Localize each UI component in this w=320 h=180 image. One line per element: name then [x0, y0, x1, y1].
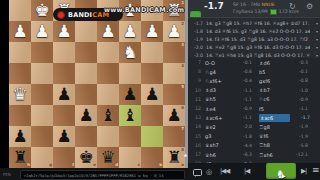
line-eval: -1.8 [188, 29, 203, 34]
move-number: 7 [188, 60, 201, 65]
square-b2[interactable]: ♟ [141, 21, 163, 42]
white-move[interactable]: ♗e4 [205, 106, 232, 112]
black-bishop: ♝ [119, 105, 141, 126]
move-number: 16 [188, 143, 201, 148]
line-eval: -2.0 [188, 45, 203, 50]
rank-label-1: 1 [181, 1, 184, 5]
white-move[interactable]: ♘xf6+ [205, 78, 232, 84]
fen-label: FEN [3, 172, 11, 177]
black-pawn: ♟ [141, 84, 163, 105]
line-moves: 14. ♕e2 ♖g8 15. g3 ♕f6 16. d3 O-O-O 17. … [206, 45, 310, 50]
depth-label: Глубина 13/99 [233, 9, 268, 14]
black-move[interactable]: b5 [259, 69, 288, 75]
white-pawn: ♟ [9, 21, 31, 42]
white-eval: -2.0 [232, 124, 252, 129]
square-f2[interactable]: ♟ [53, 21, 75, 42]
black-pawn: ♟ [75, 105, 97, 126]
square-g2[interactable]: ♟ [31, 21, 53, 42]
square-h1[interactable] [9, 0, 31, 21]
white-eval: -0.9 [232, 106, 252, 111]
file-label-a: a [181, 163, 184, 167]
engine-eval-value: -1.7 [204, 1, 224, 11]
square-e2[interactable] [75, 21, 97, 42]
white-pawn: ♟ [119, 21, 141, 42]
square-a5[interactable]: 5 [163, 84, 185, 105]
chess-board[interactable]: ♚♜♝♜1♟♟♟♟♟♟♟2♞34♛♟♟♟5♟♝♝♟6♟♟7♜hgf♚e♛dcb♜… [9, 0, 185, 168]
square-h6[interactable] [9, 105, 31, 126]
refresh-icon[interactable]: ↻ [289, 2, 296, 12]
fen-bar: FEN r2qk2r/5p1p/p1bbp3/1pp2p1Q/8/2N5/PPP… [0, 168, 188, 180]
black-bishop: ♝ [97, 105, 119, 126]
square-g7[interactable] [31, 126, 53, 147]
square-h5[interactable]: ♛ [9, 84, 31, 105]
square-h8[interactable]: ♜h [9, 147, 31, 168]
square-b5[interactable]: ♟ [141, 84, 163, 105]
white-eval: -1.8 [232, 134, 252, 139]
menu-icon[interactable]: ≡ [312, 165, 320, 175]
fen-input[interactable]: r2qk2r/5p1p/p1bbp3/1pp2p1Q/8/2N5/PPPP1PP… [20, 170, 185, 180]
white-eval: -1.1 [232, 88, 252, 93]
square-c3[interactable]: ♞ [119, 42, 141, 63]
square-a2[interactable]: ♟2 [163, 21, 185, 42]
battery-icon [270, 9, 277, 15]
engine-name-label: SF 16 · 7Mb NNUE [233, 2, 275, 7]
square-d5[interactable] [97, 84, 119, 105]
white-move[interactable]: ♘g4 [205, 69, 232, 75]
square-f7[interactable]: ♟ [53, 126, 75, 147]
line-moves: 14. g3 ♖g8 15. ♕h7 ♕f6 16. ♕xg8+ ♔d7 17.… [206, 21, 310, 26]
file-label-h: h [27, 163, 30, 167]
move-number: 15 [188, 134, 201, 139]
move-row-8: 8♘g4-0.6b5-0.1 [188, 67, 320, 76]
engine-line-4[interactable]: -2.014. ♕e2 ♖g8 15. g3 ♕f6 16. d3 O-O-O … [188, 44, 320, 52]
move-list: 7O-O-0.1♗d6-0.38♘g4-0.6b5-0.19♘xf6+-0.4g… [188, 58, 320, 164]
line-moves: 14. f3 ♕f6 15. d3 ♖g8 16. a3 O-O-O 17. ♖… [206, 37, 310, 42]
move-number: 14 [188, 124, 201, 129]
square-e8[interactable]: ♚e [75, 147, 97, 168]
move-number: 9 [188, 78, 201, 83]
file-label-g: g [49, 163, 52, 167]
white-pawn: ♟ [31, 21, 53, 42]
square-d7[interactable] [97, 126, 119, 147]
file-label-e: e [93, 163, 96, 167]
analysis-panel: -1.7 SF 16 · 7Mb NNUE Глубина 13/99 172 … [188, 0, 320, 180]
black-eval: -1.7 [290, 115, 310, 120]
play-engine-move-button[interactable]: ♞ ▲ [266, 163, 296, 179]
move-row-11: 11♕h5-1.1♘c6-0.9 [188, 95, 320, 104]
square-h2[interactable]: ♟ [9, 21, 31, 42]
square-c2[interactable]: ♟ [119, 21, 141, 42]
white-queen: ♛ [9, 84, 31, 105]
rank-label-5: 5 [181, 85, 184, 89]
black-eval: -1.9 [288, 134, 308, 139]
square-e4[interactable] [75, 63, 97, 84]
engine-line-3[interactable]: -1.914. f3 ♕f6 15. d3 ♖g8 16. a3 O-O-O 1… [188, 35, 320, 43]
square-b6[interactable] [141, 105, 163, 126]
engine-name: SF 16 · 7Mb [233, 2, 262, 7]
line-moves: 14. d3 ♕f6 15. g3 ♖g8 16. ♕e2 O-O-O 17. … [206, 29, 310, 34]
black-move[interactable]: ♗d6 [259, 60, 288, 66]
move-row-14: 14♕e2-2.0♖g8-1.9 [188, 122, 320, 131]
square-d6[interactable]: ♝ [97, 105, 119, 126]
line-eval: -1.9 [188, 37, 203, 42]
white-move[interactable]: O-O [205, 60, 232, 66]
square-d8[interactable]: ♛d [97, 147, 119, 168]
white-pawn: ♟ [97, 21, 119, 42]
square-g5[interactable] [31, 84, 53, 105]
gear-icon[interactable]: ⚙ [306, 2, 313, 12]
white-move[interactable]: ♕h6 [205, 152, 232, 158]
engine-line-2[interactable]: -1.814. d3 ♕f6 15. g3 ♖g8 16. ♕e2 O-O-O … [188, 27, 320, 35]
engine-net-label: NNUE [262, 2, 275, 7]
square-e5[interactable] [75, 84, 97, 105]
engine-line-1[interactable]: -1.714. g3 ♖g8 15. ♕h7 ♕f6 16. ♕xg8+ ♔d7… [188, 19, 320, 27]
black-pawn: ♟ [119, 84, 141, 105]
square-g3[interactable] [31, 42, 53, 63]
square-e3[interactable] [75, 42, 97, 63]
black-move[interactable]: ♗b7 [259, 87, 288, 93]
comment-icon[interactable] [193, 169, 202, 176]
move-number: 12 [188, 106, 201, 111]
black-move[interactable]: ♘c6 [259, 96, 288, 102]
step-forward-button[interactable]: ▶| [301, 167, 306, 175]
square-b8[interactable]: b [141, 147, 163, 168]
white-move[interactable]: ♗d3 [205, 87, 232, 93]
square-h7[interactable]: ♟ [9, 126, 31, 147]
square-g8[interactable]: g [31, 147, 53, 168]
white-eval: -4.4 [232, 143, 252, 148]
square-g1[interactable]: ♚ [31, 0, 53, 21]
square-a8[interactable]: ♜8a [163, 147, 185, 168]
expand-line-icon[interactable]: ▾ [310, 29, 318, 34]
square-b3[interactable] [141, 42, 163, 63]
expand-line-icon[interactable]: ▾ [310, 21, 318, 26]
engine-header: -1.7 SF 16 · 7Mb NNUE Глубина 13/99 172 … [188, 0, 320, 17]
white-eval: -0.6 [232, 69, 252, 74]
expand-line-icon[interactable]: ▾ [310, 45, 318, 50]
black-eval: -0.8 [288, 78, 308, 83]
chess-analysis-app: ♚♜♝♜1♟♟♟♟♟♟♟2♞34♛♟♟♟5♟♝♝♟6♟♟7♜hgf♚e♛dcb♜… [0, 0, 320, 180]
move-number: 11 [188, 97, 201, 102]
square-e7[interactable] [75, 126, 97, 147]
engine-lines: -1.714. g3 ♖g8 15. ♕h7 ♕f6 16. ♕xg8+ ♔d7… [188, 17, 320, 59]
white-move[interactable]: ♕h5 [205, 96, 232, 102]
move-number: 10 [188, 88, 201, 93]
square-a3[interactable]: 3 [163, 42, 185, 63]
file-label-f: f [72, 163, 74, 167]
square-c6[interactable]: ♝ [119, 105, 141, 126]
rank-label-4: 4 [181, 64, 184, 68]
white-move[interactable]: ♕xh7 [205, 142, 232, 148]
square-d4[interactable] [97, 63, 119, 84]
file-label-c: c [138, 163, 140, 167]
line-eval: -1.7 [188, 21, 203, 26]
move-number: 8 [188, 69, 201, 74]
square-d3[interactable] [97, 42, 119, 63]
square-c8[interactable]: c [119, 147, 141, 168]
black-pawn: ♟ [53, 126, 75, 147]
square-g6[interactable] [31, 105, 53, 126]
square-f6[interactable] [53, 105, 75, 126]
square-b4[interactable] [141, 63, 163, 84]
move-row-9: 9♘xf6+-0.4gxf6-0.8 [188, 76, 320, 85]
watermark-brand-text: BANDI [68, 11, 92, 19]
square-f4[interactable] [53, 63, 75, 84]
black-move[interactable]: f5 [259, 106, 288, 112]
file-label-d: d [115, 163, 118, 167]
move-row-13: 13♗xc6+-1.1♗xc6-1.7 [188, 113, 320, 122]
black-move[interactable]: ♗xc6 [259, 114, 290, 122]
white-eval: -0.4 [232, 78, 252, 83]
move-row-17: 17♕h6-6.3♖xh6-12.1 [188, 150, 320, 159]
square-c4[interactable] [119, 63, 141, 84]
black-eval: -12.1 [288, 152, 308, 157]
white-pawn: ♟ [141, 21, 163, 42]
black-move[interactable]: ♖xh6 [259, 152, 288, 158]
white-knight: ♞ [119, 42, 141, 63]
square-d2[interactable]: ♟ [97, 21, 119, 42]
white-move[interactable]: ♗xc6+ [205, 115, 232, 121]
white-pawn: ♟ [53, 21, 75, 42]
black-move[interactable]: ♖g8 [259, 124, 288, 130]
white-king: ♚ [31, 0, 53, 21]
square-h4[interactable] [9, 63, 31, 84]
white-eval: -6.3 [232, 152, 252, 157]
square-f8[interactable]: f [53, 147, 75, 168]
move-number: 13 [188, 115, 201, 120]
black-eval: -1.0 [288, 88, 308, 93]
white-move[interactable]: g3 [205, 133, 232, 139]
black-eval: -1.1 [288, 106, 308, 111]
square-c5[interactable]: ♟ [119, 84, 141, 105]
move-number: 17 [188, 152, 201, 157]
white-eval: -1.1 [232, 115, 252, 120]
square-f5[interactable]: ♟ [53, 84, 75, 105]
square-a6[interactable]: ♟6 [163, 105, 185, 126]
black-eval: -0.9 [288, 97, 308, 102]
step-back-button[interactable]: |◀ [244, 167, 249, 175]
black-move[interactable]: gxf6 [259, 78, 288, 84]
move-row-12: 12♗e4-0.9f5-1.1 [188, 104, 320, 113]
expand-line-icon[interactable]: ▾ [310, 37, 318, 42]
square-a4[interactable]: 4 [163, 63, 185, 84]
square-c7[interactable] [119, 126, 141, 147]
fen-string: r2qk2r/5p1p/p1bbp3/1pp2p1Q/8/2N5/PPPP1PP… [24, 173, 163, 178]
black-pawn: ♟ [9, 126, 31, 147]
black-eval: -1.9 [288, 124, 308, 129]
rank-label-6: 6 [181, 106, 184, 110]
move-row-16: 16♕xh7-4.4♖h8-5.8 [188, 141, 320, 150]
move-row-7: 7O-O-0.1♗d6-0.3 [188, 58, 320, 67]
square-b7[interactable] [141, 126, 163, 147]
square-a7[interactable]: 7 [163, 126, 185, 147]
bandicam-url-watermark: www.BANDICAM.com [104, 6, 184, 14]
rank-label-2: 2 [181, 22, 184, 26]
black-move[interactable]: ♕f6 [259, 133, 288, 139]
engine-toggle-icon[interactable]: ◎ [206, 168, 212, 176]
black-eval: -0.3 [288, 60, 308, 65]
skip-to-start-button[interactable]: |◀◀ [220, 167, 229, 175]
playback-toolbar: ◎ |◀◀ |◀ ♞ ▲ ▶| ≡ [188, 163, 320, 180]
square-f3[interactable] [53, 42, 75, 63]
file-label-b: b [159, 163, 162, 167]
white-eval: -1.1 [232, 97, 252, 102]
scroll-arrow-icon[interactable]: ▲ [184, 152, 187, 157]
white-eval: -0.1 [232, 60, 252, 65]
move-row-10: 10♗d3-1.1♗b7-1.0 [188, 86, 320, 95]
black-move[interactable]: ♖h8 [259, 142, 288, 148]
square-h3[interactable] [9, 42, 31, 63]
rank-label-7: 7 [181, 127, 184, 131]
rank-label-3: 3 [181, 43, 184, 47]
move-row-15: 15g3-1.8♕f6-1.9 [188, 132, 320, 141]
record-dot-icon [57, 11, 65, 19]
white-move[interactable]: ♕e2 [205, 124, 232, 130]
square-e6[interactable]: ♟ [75, 105, 97, 126]
black-eval: -0.1 [288, 69, 308, 74]
black-pawn: ♟ [53, 84, 75, 105]
black-eval: -5.8 [288, 143, 308, 148]
square-g4[interactable] [31, 63, 53, 84]
